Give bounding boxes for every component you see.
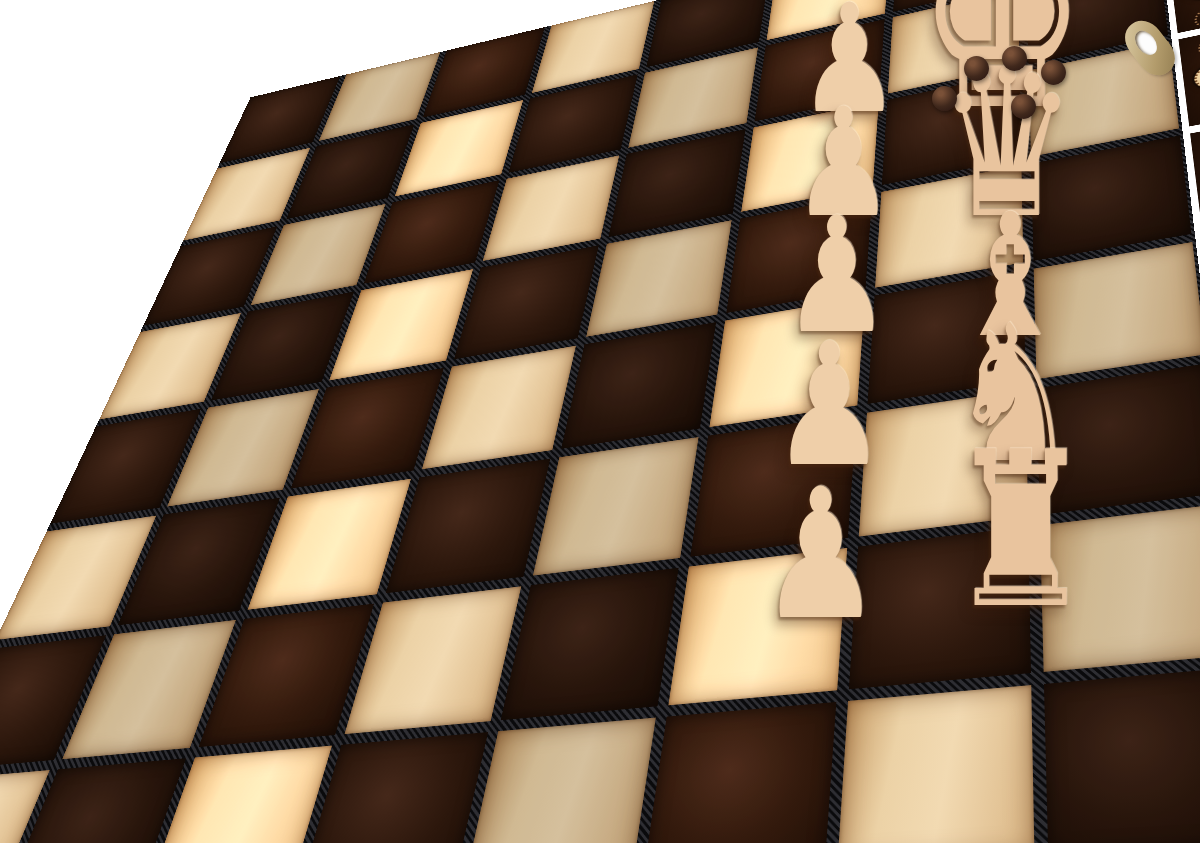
square-e8[interactable] <box>99 313 241 420</box>
photo-stage: HGFEDCBA87654321 ♚♟♛♟♝♟♞♟♜♟ <box>0 0 1200 843</box>
file-label-cell-E: E <box>1190 119 1200 232</box>
square-c3[interactable] <box>690 414 856 557</box>
label-medallion: G <box>1181 0 1200 3</box>
square-b1[interactable] <box>1040 504 1200 672</box>
square-d5[interactable] <box>422 346 576 470</box>
brass-clasp <box>1116 6 1200 90</box>
square-c2[interactable] <box>859 390 1028 537</box>
square-b2[interactable] <box>849 527 1031 690</box>
square-b4[interactable] <box>501 568 679 720</box>
square-e1[interactable] <box>1031 135 1191 260</box>
square-a3[interactable] <box>643 702 836 843</box>
clasp-hole <box>1131 27 1162 59</box>
chessboard: HGFEDCBA87654321 <box>0 0 1200 843</box>
square-e5[interactable] <box>454 245 599 359</box>
square-a4[interactable] <box>464 718 656 843</box>
square-d2[interactable] <box>867 270 1025 404</box>
square-b3[interactable] <box>668 548 847 705</box>
square-d1[interactable] <box>1034 242 1200 379</box>
square-a1[interactable] <box>1044 667 1200 843</box>
square-c1[interactable] <box>1037 364 1200 515</box>
clasp-tab-icon <box>1117 13 1182 82</box>
square-e3[interactable] <box>726 194 872 313</box>
board-grid: HGFEDCBA87654321 <box>0 0 1200 843</box>
square-d3[interactable] <box>709 297 865 427</box>
square-e2[interactable] <box>875 165 1023 287</box>
square-c4[interactable] <box>533 437 699 575</box>
square-a2[interactable] <box>837 685 1034 843</box>
square-e4[interactable] <box>586 220 731 337</box>
square-d8[interactable] <box>50 409 201 524</box>
square-h6[interactable] <box>423 27 545 117</box>
square-d7[interactable] <box>167 389 319 507</box>
square-d6[interactable] <box>291 368 444 488</box>
square-d4[interactable] <box>561 322 716 449</box>
